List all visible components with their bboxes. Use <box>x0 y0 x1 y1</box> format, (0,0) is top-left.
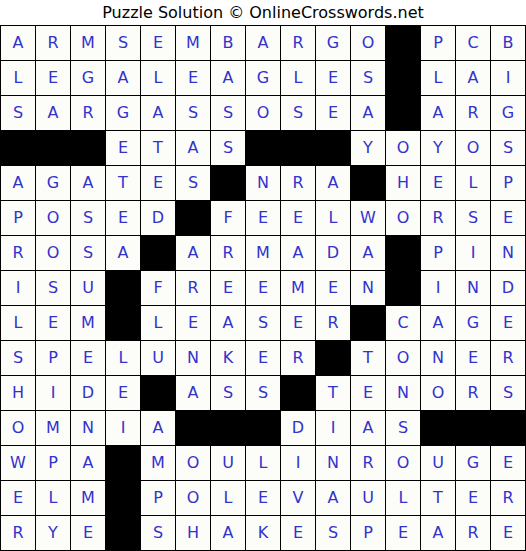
letter-cell-r11c10: T <box>316 376 350 410</box>
letter-cell-r11c15: S <box>491 376 525 410</box>
letter-cell-r3c11: A <box>351 96 385 130</box>
letter-cell-r9c10: R <box>316 306 350 340</box>
letter-cell-r14c14: E <box>456 481 490 515</box>
block-cell-r4c3 <box>71 131 105 165</box>
letter-cell-r11c8: S <box>246 376 280 410</box>
letter-cell-r3c13: A <box>421 96 455 130</box>
letter-cell-r9c14: G <box>456 306 490 340</box>
letter-cell-r13c6: O <box>176 446 210 480</box>
block-cell-r4c8 <box>246 131 280 165</box>
letter-cell-r8c14: N <box>456 271 490 305</box>
letter-cell-r8c6: R <box>176 271 210 305</box>
letter-cell-r7c9: A <box>281 236 315 270</box>
letter-cell-r10c8: E <box>246 341 280 375</box>
letter-cell-r3c5: A <box>141 96 175 130</box>
letter-cell-r6c3: S <box>71 201 105 235</box>
block-cell-r12c15 <box>491 411 525 445</box>
letter-cell-r14c2: L <box>36 481 70 515</box>
letter-cell-r1c4: S <box>106 26 140 60</box>
letter-cell-r1c5: E <box>141 26 175 60</box>
letter-cell-r13c10: N <box>316 446 350 480</box>
letter-cell-r12c3: N <box>71 411 105 445</box>
block-cell-r12c14 <box>456 411 490 445</box>
letter-cell-r11c14: R <box>456 376 490 410</box>
letter-cell-r10c6: N <box>176 341 210 375</box>
letter-cell-r6c4: E <box>106 201 140 235</box>
letter-cell-r13c3: A <box>71 446 105 480</box>
letter-cell-r13c5: M <box>141 446 175 480</box>
letter-cell-r7c1: R <box>1 236 35 270</box>
letter-cell-r15c1: R <box>1 516 35 550</box>
letter-cell-r8c15: D <box>491 271 525 305</box>
letter-cell-r13c8: L <box>246 446 280 480</box>
letter-cell-r14c11: U <box>351 481 385 515</box>
letter-cell-r7c8: M <box>246 236 280 270</box>
block-cell-r11c5 <box>141 376 175 410</box>
letter-cell-r4c6: A <box>176 131 210 165</box>
letter-cell-r6c5: D <box>141 201 175 235</box>
letter-cell-r6c13: R <box>421 201 455 235</box>
letter-cell-r8c11: N <box>351 271 385 305</box>
letter-cell-r15c11: P <box>351 516 385 550</box>
block-cell-r4c10 <box>316 131 350 165</box>
letter-cell-r11c4: E <box>106 376 140 410</box>
letter-cell-r10c9: R <box>281 341 315 375</box>
letter-cell-r13c15: E <box>491 446 525 480</box>
block-cell-r2c12 <box>386 61 420 95</box>
letter-cell-r15c3: E <box>71 516 105 550</box>
letter-cell-r8c8: E <box>246 271 280 305</box>
letter-cell-r7c2: O <box>36 236 70 270</box>
crossword-grid: ARMSEMBARGOPCBLEGALEAGLESLAISARGASSOSEAA… <box>0 25 526 551</box>
letter-cell-r10c5: U <box>141 341 175 375</box>
letter-cell-r2c5: L <box>141 61 175 95</box>
letter-cell-r9c5: L <box>141 306 175 340</box>
letter-cell-r15c9: E <box>281 516 315 550</box>
letter-cell-r3c4: G <box>106 96 140 130</box>
letter-cell-r2c14: A <box>456 61 490 95</box>
letter-cell-r7c6: A <box>176 236 210 270</box>
letter-cell-r1c1: A <box>1 26 35 60</box>
letter-cell-r9c8: S <box>246 306 280 340</box>
letter-cell-r1c15: B <box>491 26 525 60</box>
letter-cell-r7c4: A <box>106 236 140 270</box>
letter-cell-r13c2: P <box>36 446 70 480</box>
letter-cell-r6c12: O <box>386 201 420 235</box>
letter-cell-r3c10: E <box>316 96 350 130</box>
block-cell-r4c1 <box>1 131 35 165</box>
letter-cell-r3c15: G <box>491 96 525 130</box>
letter-cell-r7c13: P <box>421 236 455 270</box>
letter-cell-r6c8: E <box>246 201 280 235</box>
letter-cell-r13c12: O <box>386 446 420 480</box>
letter-cell-r10c7: K <box>211 341 245 375</box>
block-cell-r7c5 <box>141 236 175 270</box>
letter-cell-r1c10: G <box>316 26 350 60</box>
letter-cell-r10c13: N <box>421 341 455 375</box>
block-cell-r12c13 <box>421 411 455 445</box>
block-cell-r5c7 <box>211 166 245 200</box>
letter-cell-r5c8: N <box>246 166 280 200</box>
letter-cell-r14c12: L <box>386 481 420 515</box>
letter-cell-r2c2: E <box>36 61 70 95</box>
letter-cell-r10c2: P <box>36 341 70 375</box>
letter-cell-r8c3: U <box>71 271 105 305</box>
puzzle-solution-page: Puzzle Solution © OnlineCrosswords.net A… <box>0 0 526 551</box>
letter-cell-r6c14: S <box>456 201 490 235</box>
block-cell-r1c12 <box>386 26 420 60</box>
block-cell-r6c6 <box>176 201 210 235</box>
letter-cell-r14c3: M <box>71 481 105 515</box>
block-cell-r9c4 <box>106 306 140 340</box>
letter-cell-r6c10: L <box>316 201 350 235</box>
letter-cell-r5c12: H <box>386 166 420 200</box>
letter-cell-r15c6: H <box>176 516 210 550</box>
letter-cell-r6c7: F <box>211 201 245 235</box>
letter-cell-r10c4: L <box>106 341 140 375</box>
letter-cell-r1c11: O <box>351 26 385 60</box>
letter-cell-r2c1: L <box>1 61 35 95</box>
block-cell-r4c9 <box>281 131 315 165</box>
letter-cell-r5c6: S <box>176 166 210 200</box>
letter-cell-r3c8: O <box>246 96 280 130</box>
letter-cell-r11c13: O <box>421 376 455 410</box>
letter-cell-r9c2: E <box>36 306 70 340</box>
letter-cell-r14c5: P <box>141 481 175 515</box>
letter-cell-r13c7: U <box>211 446 245 480</box>
letter-cell-r2c15: I <box>491 61 525 95</box>
block-cell-r12c7 <box>211 411 245 445</box>
block-cell-r14c4 <box>106 481 140 515</box>
letter-cell-r9c6: E <box>176 306 210 340</box>
letter-cell-r13c14: G <box>456 446 490 480</box>
letter-cell-r2c4: A <box>106 61 140 95</box>
letter-cell-r3c6: S <box>176 96 210 130</box>
letter-cell-r2c9: L <box>281 61 315 95</box>
block-cell-r8c12 <box>386 271 420 305</box>
letter-cell-r15c14: R <box>456 516 490 550</box>
letter-cell-r8c7: E <box>211 271 245 305</box>
letter-cell-r5c15: P <box>491 166 525 200</box>
letter-cell-r9c12: C <box>386 306 420 340</box>
letter-cell-r12c12: S <box>386 411 420 445</box>
letter-cell-r14c8: E <box>246 481 280 515</box>
letter-cell-r8c2: S <box>36 271 70 305</box>
letter-cell-r4c5: T <box>141 131 175 165</box>
letter-cell-r2c10: E <box>316 61 350 95</box>
letter-cell-r5c9: R <box>281 166 315 200</box>
letter-cell-r4c12: O <box>386 131 420 165</box>
letter-cell-r13c9: I <box>281 446 315 480</box>
letter-cell-r14c10: A <box>316 481 350 515</box>
letter-cell-r7c10: D <box>316 236 350 270</box>
letter-cell-r9c13: A <box>421 306 455 340</box>
letter-cell-r5c10: A <box>316 166 350 200</box>
letter-cell-r4c7: S <box>211 131 245 165</box>
letter-cell-r2c11: S <box>351 61 385 95</box>
letter-cell-r15c15: E <box>491 516 525 550</box>
letter-cell-r9c9: E <box>281 306 315 340</box>
letter-cell-r14c1: E <box>1 481 35 515</box>
block-cell-r13c4 <box>106 446 140 480</box>
letter-cell-r10c14: E <box>456 341 490 375</box>
letter-cell-r15c10: S <box>316 516 350 550</box>
letter-cell-r9c15: E <box>491 306 525 340</box>
letter-cell-r15c5: S <box>141 516 175 550</box>
letter-cell-r4c14: O <box>456 131 490 165</box>
letter-cell-r5c1: A <box>1 166 35 200</box>
puzzle-title: Puzzle Solution © OnlineCrosswords.net <box>0 0 526 25</box>
letter-cell-r1c7: B <box>211 26 245 60</box>
letter-cell-r8c9: M <box>281 271 315 305</box>
letter-cell-r14c13: T <box>421 481 455 515</box>
letter-cell-r9c1: L <box>1 306 35 340</box>
letter-cell-r5c14: L <box>456 166 490 200</box>
letter-cell-r3c1: S <box>1 96 35 130</box>
letter-cell-r6c15: E <box>491 201 525 235</box>
letter-cell-r7c14: I <box>456 236 490 270</box>
letter-cell-r11c12: N <box>386 376 420 410</box>
letter-cell-r11c3: D <box>71 376 105 410</box>
letter-cell-r14c9: V <box>281 481 315 515</box>
letter-cell-r2c3: G <box>71 61 105 95</box>
letter-cell-r2c8: G <box>246 61 280 95</box>
letter-cell-r11c6: A <box>176 376 210 410</box>
letter-cell-r15c12: E <box>386 516 420 550</box>
letter-cell-r5c5: E <box>141 166 175 200</box>
letter-cell-r8c13: I <box>421 271 455 305</box>
letter-cell-r10c11: T <box>351 341 385 375</box>
letter-cell-r1c13: P <box>421 26 455 60</box>
letter-cell-r10c12: O <box>386 341 420 375</box>
letter-cell-r5c13: E <box>421 166 455 200</box>
letter-cell-r4c13: Y <box>421 131 455 165</box>
letter-cell-r1c3: M <box>71 26 105 60</box>
letter-cell-r12c11: A <box>351 411 385 445</box>
block-cell-r7c12 <box>386 236 420 270</box>
letter-cell-r6c1: P <box>1 201 35 235</box>
letter-cell-r6c11: W <box>351 201 385 235</box>
letter-cell-r3c2: A <box>36 96 70 130</box>
letter-cell-r15c2: Y <box>36 516 70 550</box>
letter-cell-r12c4: I <box>106 411 140 445</box>
letter-cell-r14c6: O <box>176 481 210 515</box>
letter-cell-r14c15: R <box>491 481 525 515</box>
letter-cell-r4c4: E <box>106 131 140 165</box>
letter-cell-r11c11: E <box>351 376 385 410</box>
letter-cell-r5c4: T <box>106 166 140 200</box>
letter-cell-r12c5: A <box>141 411 175 445</box>
block-cell-r8c4 <box>106 271 140 305</box>
letter-cell-r3c7: S <box>211 96 245 130</box>
letter-cell-r7c3: S <box>71 236 105 270</box>
letter-cell-r2c6: E <box>176 61 210 95</box>
block-cell-r9c11 <box>351 306 385 340</box>
letter-cell-r1c8: A <box>246 26 280 60</box>
letter-cell-r15c7: A <box>211 516 245 550</box>
letter-cell-r8c5: F <box>141 271 175 305</box>
block-cell-r11c9 <box>281 376 315 410</box>
letter-cell-r5c3: A <box>71 166 105 200</box>
letter-cell-r15c8: K <box>246 516 280 550</box>
letter-cell-r5c2: G <box>36 166 70 200</box>
letter-cell-r8c1: I <box>1 271 35 305</box>
letter-cell-r6c9: E <box>281 201 315 235</box>
letter-cell-r13c11: R <box>351 446 385 480</box>
letter-cell-r1c14: C <box>456 26 490 60</box>
block-cell-r10c10 <box>316 341 350 375</box>
letter-cell-r10c3: E <box>71 341 105 375</box>
block-cell-r12c8 <box>246 411 280 445</box>
block-cell-r5c11 <box>351 166 385 200</box>
letter-cell-r7c15: N <box>491 236 525 270</box>
letter-cell-r12c10: I <box>316 411 350 445</box>
letter-cell-r8c10: E <box>316 271 350 305</box>
letter-cell-r4c15: S <box>491 131 525 165</box>
letter-cell-r3c3: R <box>71 96 105 130</box>
letter-cell-r14c7: L <box>211 481 245 515</box>
block-cell-r12c6 <box>176 411 210 445</box>
letter-cell-r9c3: M <box>71 306 105 340</box>
letter-cell-r15c13: A <box>421 516 455 550</box>
letter-cell-r1c2: R <box>36 26 70 60</box>
letter-cell-r11c2: I <box>36 376 70 410</box>
letter-cell-r12c9: D <box>281 411 315 445</box>
letter-cell-r13c1: W <box>1 446 35 480</box>
letter-cell-r1c6: M <box>176 26 210 60</box>
letter-cell-r3c14: R <box>456 96 490 130</box>
letter-cell-r1c9: R <box>281 26 315 60</box>
letter-cell-r2c7: A <box>211 61 245 95</box>
letter-cell-r7c7: R <box>211 236 245 270</box>
letter-cell-r13c13: U <box>421 446 455 480</box>
letter-cell-r12c1: O <box>1 411 35 445</box>
letter-cell-r11c1: H <box>1 376 35 410</box>
letter-cell-r11c7: S <box>211 376 245 410</box>
letter-cell-r6c2: O <box>36 201 70 235</box>
block-cell-r15c4 <box>106 516 140 550</box>
block-cell-r3c12 <box>386 96 420 130</box>
letter-cell-r4c11: Y <box>351 131 385 165</box>
letter-cell-r12c2: M <box>36 411 70 445</box>
letter-cell-r10c1: S <box>1 341 35 375</box>
letter-cell-r10c15: R <box>491 341 525 375</box>
letter-cell-r7c11: A <box>351 236 385 270</box>
block-cell-r4c2 <box>36 131 70 165</box>
letter-cell-r2c13: L <box>421 61 455 95</box>
letter-cell-r3c9: S <box>281 96 315 130</box>
letter-cell-r9c7: A <box>211 306 245 340</box>
